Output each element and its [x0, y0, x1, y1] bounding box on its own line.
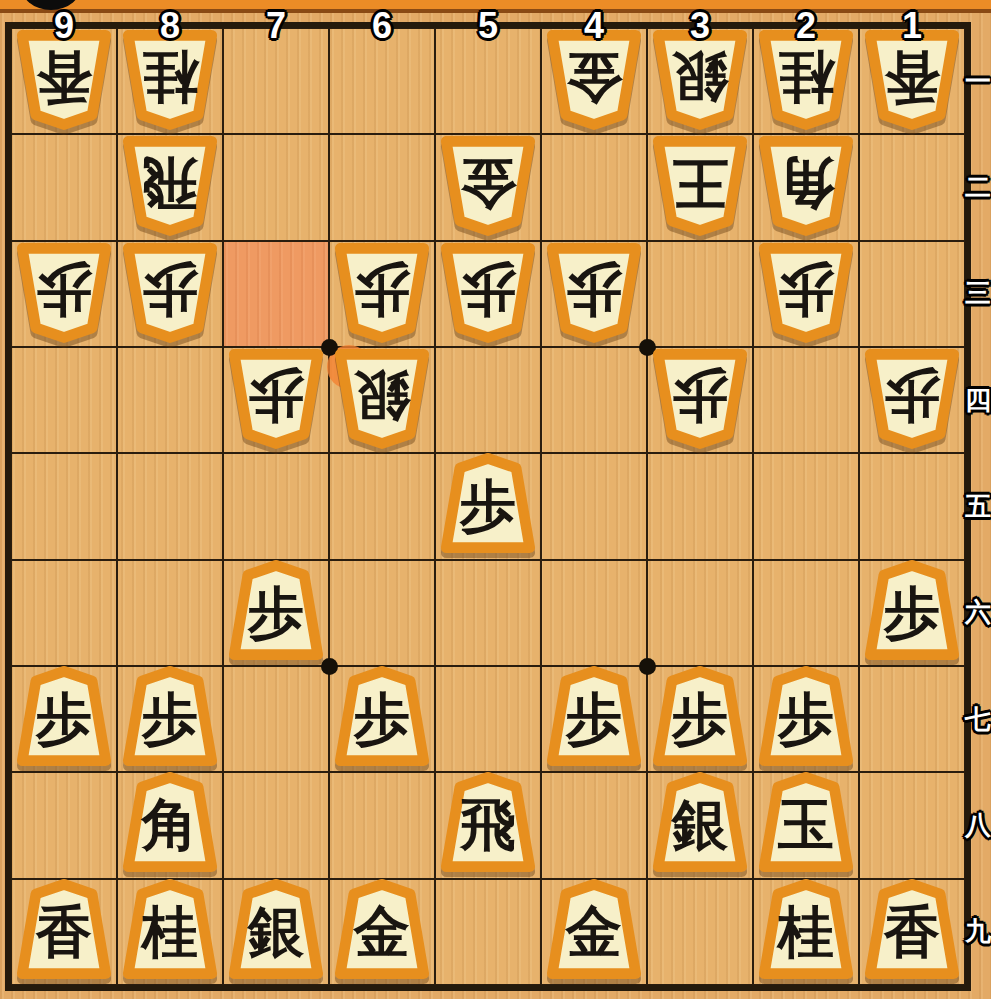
square-63[interactable]: 歩 — [329, 241, 435, 347]
piece-14-gote-p[interactable]: 歩 — [864, 347, 961, 449]
square-81[interactable]: 桂 — [117, 28, 223, 134]
piece-79-sente-s[interactable]: 銀 — [228, 879, 325, 981]
square-24[interactable] — [753, 347, 859, 453]
piece-body: 銀 — [334, 347, 431, 449]
piece-49-sente-g[interactable]: 金 — [546, 879, 643, 981]
square-36[interactable] — [647, 560, 753, 666]
square-38[interactable]: 銀 — [647, 772, 753, 878]
square-77[interactable] — [223, 666, 329, 772]
piece-kanji: 歩 — [778, 262, 834, 318]
piece-body: 歩 — [228, 560, 325, 662]
piece-91-gote-l[interactable]: 香 — [16, 28, 113, 130]
square-79[interactable]: 銀 — [223, 879, 329, 985]
square-97[interactable]: 歩 — [11, 666, 117, 772]
piece-body: 歩 — [334, 666, 431, 768]
square-65[interactable] — [329, 453, 435, 559]
piece-body: 歩 — [440, 453, 537, 555]
square-44[interactable] — [541, 347, 647, 453]
piece-58-sente-r[interactable]: 飛 — [440, 772, 537, 874]
square-33[interactable] — [647, 241, 753, 347]
piece-body: 香 — [864, 879, 961, 981]
piece-53-gote-p[interactable]: 歩 — [440, 241, 537, 343]
piece-99-sente-l[interactable]: 香 — [16, 879, 113, 981]
piece-43-gote-p[interactable]: 歩 — [546, 241, 643, 343]
piece-body: 銀 — [228, 879, 325, 981]
square-45[interactable] — [541, 453, 647, 559]
square-98[interactable] — [11, 772, 117, 878]
square-14[interactable]: 歩 — [859, 347, 965, 453]
square-17[interactable] — [859, 666, 965, 772]
piece-16-sente-p[interactable]: 歩 — [864, 560, 961, 662]
piece-kanji: 桂 — [142, 904, 198, 960]
piece-kanji: 香 — [36, 904, 92, 960]
piece-kanji: 歩 — [566, 262, 622, 318]
piece-body: 歩 — [652, 347, 749, 449]
piece-kanji: 歩 — [142, 262, 198, 318]
square-61[interactable] — [329, 28, 435, 134]
square-78[interactable] — [223, 772, 329, 878]
piece-kanji: 歩 — [248, 585, 304, 641]
square-56[interactable] — [435, 560, 541, 666]
piece-body: 桂 — [122, 879, 219, 981]
piece-kanji: 歩 — [566, 691, 622, 747]
piece-kanji: 飛 — [142, 155, 198, 211]
square-92[interactable] — [11, 134, 117, 240]
piece-kanji: 香 — [884, 904, 940, 960]
piece-kanji: 金 — [460, 155, 516, 211]
piece-kanji: 桂 — [778, 49, 834, 105]
piece-81-gote-n[interactable]: 桂 — [122, 28, 219, 130]
square-11[interactable]: 香 — [859, 28, 965, 134]
square-47[interactable]: 歩 — [541, 666, 647, 772]
board-grid: 香桂金銀桂香飛金王角歩歩歩歩歩歩歩銀歩歩歩歩歩歩歩歩歩歩歩角飛銀玉香桂銀金金桂香 — [11, 28, 965, 985]
square-29[interactable]: 桂 — [753, 879, 859, 985]
piece-21-gote-n[interactable]: 桂 — [758, 28, 855, 130]
square-68[interactable] — [329, 772, 435, 878]
square-64[interactable]: 銀 — [329, 347, 435, 453]
square-18[interactable] — [859, 772, 965, 878]
square-37[interactable]: 歩 — [647, 666, 753, 772]
piece-body: 歩 — [546, 666, 643, 768]
piece-kanji: 玉 — [778, 798, 834, 854]
piece-23-gote-p[interactable]: 歩 — [758, 241, 855, 343]
piece-kanji: 王 — [672, 155, 728, 211]
piece-kanji: 歩 — [248, 368, 304, 424]
square-91[interactable]: 香 — [11, 28, 117, 134]
piece-47-sente-p[interactable]: 歩 — [546, 666, 643, 768]
piece-kanji: 歩 — [460, 479, 516, 535]
square-25[interactable] — [753, 453, 859, 559]
piece-kanji: 歩 — [672, 691, 728, 747]
square-94[interactable] — [11, 347, 117, 453]
piece-63-gote-p[interactable]: 歩 — [334, 241, 431, 343]
square-67[interactable]: 歩 — [329, 666, 435, 772]
square-74[interactable]: 歩 — [223, 347, 329, 453]
piece-kanji: 金 — [566, 904, 622, 960]
piece-body: 金 — [546, 879, 643, 981]
piece-body: 歩 — [16, 241, 113, 343]
piece-34-gote-p[interactable]: 歩 — [652, 347, 749, 449]
piece-64-gote-s[interactable]: 銀 — [334, 347, 431, 449]
square-15[interactable] — [859, 453, 965, 559]
piece-97-sente-p[interactable]: 歩 — [16, 666, 113, 768]
square-22[interactable]: 角 — [753, 134, 859, 240]
piece-83-gote-p[interactable]: 歩 — [122, 241, 219, 343]
piece-22-gote-b[interactable]: 角 — [758, 134, 855, 236]
square-83[interactable]: 歩 — [117, 241, 223, 347]
piece-kanji: 歩 — [354, 691, 410, 747]
square-27[interactable]: 歩 — [753, 666, 859, 772]
square-52[interactable]: 金 — [435, 134, 541, 240]
piece-19-sente-l[interactable]: 香 — [864, 879, 961, 981]
piece-body: 金 — [440, 134, 537, 236]
piece-body: 歩 — [546, 241, 643, 343]
piece-kanji: 金 — [566, 49, 622, 105]
square-96[interactable] — [11, 560, 117, 666]
piece-kanji: 歩 — [884, 585, 940, 641]
square-85[interactable] — [117, 453, 223, 559]
square-28[interactable]: 玉 — [753, 772, 859, 878]
square-95[interactable] — [11, 453, 117, 559]
piece-kanji: 角 — [778, 155, 834, 211]
piece-body: 歩 — [864, 347, 961, 449]
piece-body: 香 — [864, 28, 961, 130]
piece-52-gote-g[interactable]: 金 — [440, 134, 537, 236]
piece-kanji: 角 — [142, 798, 198, 854]
piece-body: 歩 — [16, 666, 113, 768]
square-82[interactable]: 飛 — [117, 134, 223, 240]
square-39[interactable] — [647, 879, 753, 985]
square-13[interactable] — [859, 241, 965, 347]
piece-body: 香 — [16, 28, 113, 130]
square-53[interactable]: 歩 — [435, 241, 541, 347]
piece-kanji: 香 — [884, 49, 940, 105]
piece-body: 歩 — [228, 347, 325, 449]
piece-69-sente-g[interactable]: 金 — [334, 879, 431, 981]
piece-kanji: 桂 — [778, 904, 834, 960]
piece-body: 飛 — [122, 134, 219, 236]
square-12[interactable] — [859, 134, 965, 240]
piece-body: 歩 — [440, 241, 537, 343]
piece-kanji: 歩 — [672, 368, 728, 424]
square-51[interactable] — [435, 28, 541, 134]
piece-31-gote-s[interactable]: 銀 — [652, 28, 749, 130]
piece-body: 歩 — [864, 560, 961, 662]
piece-76-sente-p[interactable]: 歩 — [228, 560, 325, 662]
square-49[interactable]: 金 — [541, 879, 647, 985]
top-bar — [0, 0, 991, 13]
square-26[interactable] — [753, 560, 859, 666]
piece-body: 桂 — [122, 28, 219, 130]
piece-29-sente-n[interactable]: 桂 — [758, 879, 855, 981]
piece-kanji: 桂 — [142, 49, 198, 105]
square-32[interactable]: 王 — [647, 134, 753, 240]
square-87[interactable]: 歩 — [117, 666, 223, 772]
piece-body: 銀 — [652, 772, 749, 874]
square-71[interactable] — [223, 28, 329, 134]
piece-body: 歩 — [122, 666, 219, 768]
square-72[interactable] — [223, 134, 329, 240]
piece-body: 飛 — [440, 772, 537, 874]
piece-body: 角 — [758, 134, 855, 236]
piece-87-sente-p[interactable]: 歩 — [122, 666, 219, 768]
piece-55-sente-p[interactable]: 歩 — [440, 453, 537, 555]
piece-41-gote-g[interactable]: 金 — [546, 28, 643, 130]
piece-28-sente-k[interactable]: 玉 — [758, 772, 855, 874]
square-57[interactable] — [435, 666, 541, 772]
piece-kanji: 歩 — [36, 691, 92, 747]
piece-27-sente-p[interactable]: 歩 — [758, 666, 855, 768]
piece-93-gote-p[interactable]: 歩 — [16, 241, 113, 343]
piece-kanji: 歩 — [36, 262, 92, 318]
piece-body: 金 — [546, 28, 643, 130]
piece-kanji: 銀 — [672, 49, 728, 105]
piece-body: 角 — [122, 772, 219, 874]
piece-37-sente-p[interactable]: 歩 — [652, 666, 749, 768]
piece-body: 王 — [652, 134, 749, 236]
piece-11-gote-l[interactable]: 香 — [864, 28, 961, 130]
piece-38-sente-s[interactable]: 銀 — [652, 772, 749, 874]
square-42[interactable] — [541, 134, 647, 240]
piece-body: 歩 — [122, 241, 219, 343]
square-86[interactable] — [117, 560, 223, 666]
square-62[interactable] — [329, 134, 435, 240]
square-93[interactable]: 歩 — [11, 241, 117, 347]
piece-kanji: 歩 — [354, 262, 410, 318]
square-88[interactable]: 角 — [117, 772, 223, 878]
square-43[interactable]: 歩 — [541, 241, 647, 347]
piece-82-gote-r[interactable]: 飛 — [122, 134, 219, 236]
piece-89-sente-n[interactable]: 桂 — [122, 879, 219, 981]
piece-kanji: 香 — [36, 49, 92, 105]
piece-kanji: 銀 — [354, 368, 410, 424]
square-59[interactable] — [435, 879, 541, 985]
piece-body: 桂 — [758, 879, 855, 981]
piece-32-gote-k[interactable]: 王 — [652, 134, 749, 236]
square-41[interactable]: 金 — [541, 28, 647, 134]
piece-kanji: 銀 — [248, 904, 304, 960]
square-34[interactable]: 歩 — [647, 347, 753, 453]
square-76[interactable]: 歩 — [223, 560, 329, 666]
square-99[interactable]: 香 — [11, 879, 117, 985]
square-23[interactable]: 歩 — [753, 241, 859, 347]
piece-kanji: 歩 — [884, 368, 940, 424]
piece-kanji: 歩 — [142, 691, 198, 747]
square-73[interactable] — [223, 241, 329, 347]
piece-body: 金 — [334, 879, 431, 981]
piece-kanji: 銀 — [672, 798, 728, 854]
piece-body: 香 — [16, 879, 113, 981]
shogi-app-screen: 987654321 香桂金銀桂香飛金王角歩歩歩歩歩歩歩銀歩歩歩歩歩歩歩歩歩歩歩角… — [0, 0, 991, 999]
piece-kanji: 飛 — [460, 798, 516, 854]
square-21[interactable]: 桂 — [753, 28, 859, 134]
piece-body: 歩 — [334, 241, 431, 343]
square-48[interactable] — [541, 772, 647, 878]
square-69[interactable]: 金 — [329, 879, 435, 985]
square-46[interactable] — [541, 560, 647, 666]
piece-kanji: 歩 — [460, 262, 516, 318]
piece-body: 歩 — [758, 241, 855, 343]
piece-kanji: 歩 — [778, 691, 834, 747]
piece-body: 銀 — [652, 28, 749, 130]
square-54[interactable] — [435, 347, 541, 453]
square-89[interactable]: 桂 — [117, 879, 223, 985]
shogi-board: 香桂金銀桂香飛金王角歩歩歩歩歩歩歩銀歩歩歩歩歩歩歩歩歩歩歩角飛銀玉香桂銀金金桂香 — [5, 22, 971, 991]
square-35[interactable] — [647, 453, 753, 559]
square-16[interactable]: 歩 — [859, 560, 965, 666]
piece-74-gote-p[interactable]: 歩 — [228, 347, 325, 449]
square-31[interactable]: 銀 — [647, 28, 753, 134]
square-75[interactable] — [223, 453, 329, 559]
square-55[interactable]: 歩 — [435, 453, 541, 559]
piece-88-sente-b[interactable]: 角 — [122, 772, 219, 874]
piece-kanji: 金 — [354, 904, 410, 960]
piece-body: 玉 — [758, 772, 855, 874]
piece-body: 桂 — [758, 28, 855, 130]
piece-body: 歩 — [758, 666, 855, 768]
square-84[interactable] — [117, 347, 223, 453]
piece-67-sente-p[interactable]: 歩 — [334, 666, 431, 768]
square-19[interactable]: 香 — [859, 879, 965, 985]
square-66[interactable] — [329, 560, 435, 666]
square-58[interactable]: 飛 — [435, 772, 541, 878]
piece-body: 歩 — [652, 666, 749, 768]
